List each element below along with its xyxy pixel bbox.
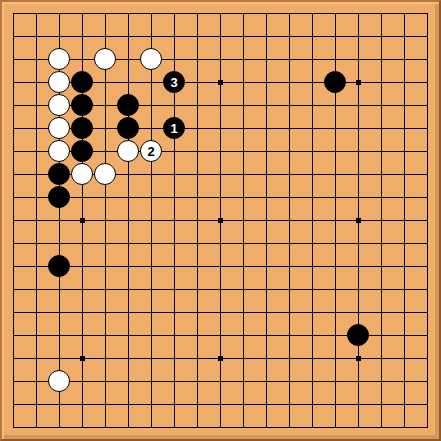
stone-white bbox=[48, 48, 70, 70]
star-point bbox=[356, 218, 361, 223]
grid-line-vertical bbox=[289, 13, 290, 428]
stone-white bbox=[117, 140, 139, 162]
grid-line-horizontal bbox=[13, 312, 428, 313]
grid-line-horizontal bbox=[13, 381, 428, 382]
star-point bbox=[80, 356, 85, 361]
move-number-label: 3 bbox=[170, 76, 177, 89]
grid-line-vertical bbox=[404, 13, 405, 428]
star-point bbox=[356, 356, 361, 361]
stone-black-move-1: 1 bbox=[163, 117, 185, 139]
star-point bbox=[218, 356, 223, 361]
stone-white-move-2: 2 bbox=[140, 140, 162, 162]
star-point bbox=[218, 218, 223, 223]
stone-black bbox=[324, 71, 346, 93]
stone-black bbox=[71, 140, 93, 162]
stone-white bbox=[48, 94, 70, 116]
star-point bbox=[356, 80, 361, 85]
star-point bbox=[218, 80, 223, 85]
stone-black bbox=[71, 94, 93, 116]
stone-white bbox=[48, 140, 70, 162]
stone-black bbox=[71, 71, 93, 93]
stone-black bbox=[117, 117, 139, 139]
stone-black-move-3: 3 bbox=[163, 71, 185, 93]
stone-black bbox=[48, 186, 70, 208]
stone-white bbox=[140, 48, 162, 70]
star-point bbox=[80, 218, 85, 223]
stone-white bbox=[48, 117, 70, 139]
grid-line-horizontal bbox=[13, 289, 428, 290]
go-board: 312 bbox=[0, 0, 441, 441]
move-number-label: 1 bbox=[170, 122, 177, 135]
stone-black bbox=[347, 324, 369, 346]
stone-white bbox=[94, 48, 116, 70]
move-number-label: 2 bbox=[147, 145, 154, 158]
grid-line-horizontal bbox=[13, 266, 428, 267]
board-grid: 312 bbox=[13, 13, 428, 428]
grid-line-vertical bbox=[243, 13, 244, 428]
stone-black bbox=[71, 117, 93, 139]
stone-white bbox=[71, 163, 93, 185]
grid-line-vertical bbox=[312, 13, 313, 428]
grid-line-horizontal bbox=[13, 243, 428, 244]
grid-line-vertical bbox=[266, 13, 267, 428]
stone-black bbox=[48, 163, 70, 185]
grid-line-horizontal bbox=[13, 427, 428, 428]
grid-line-vertical bbox=[427, 13, 428, 428]
stone-white bbox=[48, 71, 70, 93]
stone-black bbox=[117, 94, 139, 116]
grid-line-vertical bbox=[381, 13, 382, 428]
stone-white bbox=[94, 163, 116, 185]
stone-black bbox=[48, 255, 70, 277]
stone-white bbox=[48, 370, 70, 392]
grid-line-horizontal bbox=[13, 404, 428, 405]
